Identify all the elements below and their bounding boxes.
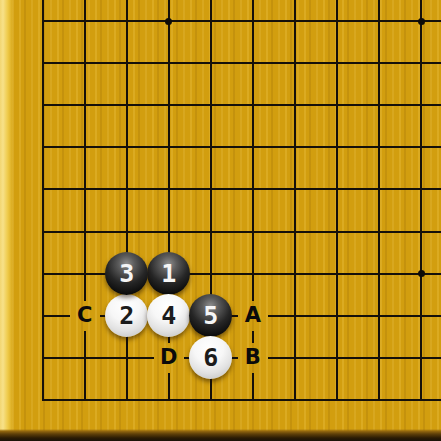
star-point	[418, 270, 425, 277]
grid-line-horizontal	[42, 399, 441, 401]
grid-line-horizontal	[42, 20, 441, 22]
grid-line-vertical	[42, 0, 44, 401]
board-left-edge	[0, 0, 14, 441]
star-point	[418, 18, 425, 25]
grid-line-vertical	[378, 0, 380, 401]
grid-line-vertical	[336, 0, 338, 401]
stone-white-6: 6	[189, 336, 232, 379]
grid-line-vertical	[420, 0, 422, 401]
stone-black-1: 1	[147, 252, 190, 295]
stone-black-3: 3	[105, 252, 148, 295]
grid-line-vertical	[168, 0, 170, 401]
grid-line-horizontal	[42, 231, 441, 233]
grid-line-horizontal	[42, 62, 441, 64]
grid-line-vertical	[126, 0, 128, 401]
board-bottom-edge	[0, 429, 441, 441]
grid-line-vertical	[294, 0, 296, 401]
grid-line-horizontal	[42, 273, 441, 275]
grid-line-horizontal	[42, 188, 441, 190]
label-D[interactable]: D	[154, 343, 184, 373]
grid-line-vertical	[252, 0, 254, 401]
stone-black-5: 5	[189, 294, 232, 337]
grid-line-horizontal	[42, 146, 441, 148]
stone-white-4: 4	[147, 294, 190, 337]
stone-white-2: 2	[105, 294, 148, 337]
grid-line-horizontal	[42, 104, 441, 106]
label-A[interactable]: A	[238, 301, 268, 331]
star-point	[165, 18, 172, 25]
grid-line-vertical	[84, 0, 86, 401]
label-B[interactable]: B	[238, 343, 268, 373]
go-board[interactable]: ABCD123456	[0, 0, 441, 441]
label-C[interactable]: C	[70, 301, 100, 331]
